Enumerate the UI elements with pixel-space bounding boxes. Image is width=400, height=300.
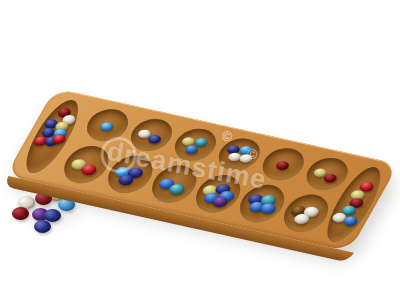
photo-canvas: dreamstime © ©	[0, 0, 400, 300]
stone-navy	[44, 209, 61, 222]
stone-maroon	[12, 207, 29, 220]
stone-maroon	[275, 160, 291, 171]
stone-navy	[34, 220, 51, 233]
stone-lightblue	[99, 121, 115, 132]
